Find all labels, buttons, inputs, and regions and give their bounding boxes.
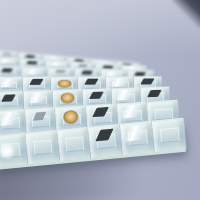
glass-tile — [0, 133, 28, 167]
reflection-dark — [25, 55, 36, 58]
reflection-silver — [119, 104, 143, 118]
product-photo — [0, 0, 200, 200]
reflection-gray — [78, 64, 88, 67]
glass-tile — [57, 127, 92, 161]
tile-sheet — [0, 0, 200, 200]
reflection-silver — [0, 79, 19, 87]
tile-facet — [65, 136, 85, 152]
reflection-silver — [0, 112, 21, 126]
tile-facet — [33, 139, 53, 155]
reflection-gray — [2, 53, 11, 56]
reflection-gold — [57, 79, 71, 88]
glass-tile — [89, 124, 124, 158]
reflection-silver — [109, 78, 131, 86]
reflection-silver — [123, 124, 148, 142]
glass-tile — [120, 121, 155, 155]
reflection-silver — [26, 92, 49, 102]
glass-tile — [25, 130, 60, 164]
reflection-silver — [24, 68, 44, 74]
glass-tile — [152, 118, 187, 152]
reflection-sparkle — [0, 142, 18, 162]
tile-facet — [160, 127, 180, 143]
reflection-silver — [114, 89, 137, 99]
